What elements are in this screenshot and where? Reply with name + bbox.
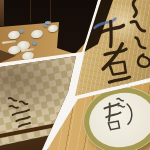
plate (47, 24, 58, 33)
plate (21, 51, 34, 61)
napkin (45, 21, 51, 24)
cup (32, 41, 37, 45)
chopsticks (2, 40, 16, 43)
coaster-calligraphy (95, 93, 142, 138)
cup (19, 29, 24, 33)
photo-collage (0, 0, 150, 150)
plate (30, 29, 43, 39)
wall-pillar (0, 0, 4, 26)
wall-seam (50, 0, 51, 22)
wall-seam (30, 0, 31, 22)
